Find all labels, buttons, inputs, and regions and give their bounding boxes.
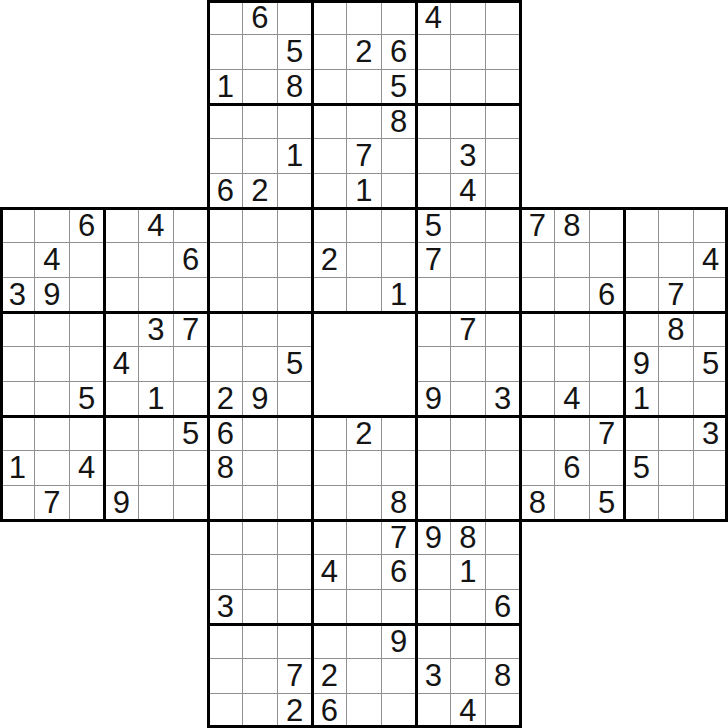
empty-cell-r1c6[interactable] bbox=[208, 35, 243, 70]
empty-cell-r12c16[interactable] bbox=[555, 416, 590, 451]
empty-cell-r1c13[interactable] bbox=[451, 35, 486, 70]
given-cell-r19c12: 3 bbox=[416, 659, 451, 694]
given-cell-r3c11: 8 bbox=[381, 104, 416, 139]
empty-cell-r9c12[interactable] bbox=[416, 312, 451, 347]
empty-cell-r0c11[interactable] bbox=[381, 0, 416, 35]
grid-line bbox=[242, 416, 243, 728]
empty-cell-r20c7[interactable] bbox=[243, 693, 278, 728]
empty-cell-r14c9[interactable] bbox=[312, 485, 347, 520]
empty-cell-r9c7[interactable] bbox=[243, 312, 278, 347]
grid-line bbox=[208, 138, 520, 139]
empty-cell-r14c5[interactable] bbox=[173, 485, 208, 520]
empty-cell-r13c17[interactable] bbox=[589, 451, 624, 486]
grid-line bbox=[485, 416, 486, 728]
empty-cell-r10c1[interactable] bbox=[35, 347, 70, 382]
empty-cell-r14c20[interactable] bbox=[693, 485, 728, 520]
empty-cell-r12c1[interactable] bbox=[35, 416, 70, 451]
empty-cell-r14c6[interactable] bbox=[208, 485, 243, 520]
empty-cell-r4c12[interactable] bbox=[416, 139, 451, 174]
puzzle-canvas: 6452618581736214645784627439167377845955… bbox=[0, 0, 728, 728]
empty-cell-r11c1[interactable] bbox=[35, 381, 70, 416]
empty-cell-r7c13[interactable] bbox=[451, 243, 486, 278]
empty-cell-r10c17[interactable] bbox=[589, 347, 624, 382]
empty-cell-r6c19[interactable] bbox=[659, 208, 694, 243]
grid-line bbox=[416, 277, 728, 278]
empty-cell-r8c15[interactable] bbox=[520, 277, 555, 312]
grid-line bbox=[0, 346, 312, 347]
empty-cell-r8c20[interactable] bbox=[693, 277, 728, 312]
empty-cell-r7c0[interactable] bbox=[0, 243, 35, 278]
empty-cell-r11c3[interactable] bbox=[104, 381, 139, 416]
empty-cell-r2c14[interactable] bbox=[485, 69, 520, 104]
empty-cell-r13c9[interactable] bbox=[312, 451, 347, 486]
grid-line bbox=[277, 416, 278, 728]
given-cell-r6c16: 8 bbox=[555, 208, 590, 243]
empty-cell-r11c20[interactable] bbox=[693, 381, 728, 416]
empty-cell-r4c11[interactable] bbox=[381, 139, 416, 174]
given-cell-r5c10: 1 bbox=[347, 173, 382, 208]
given-cell-r19c14: 8 bbox=[485, 659, 520, 694]
empty-cell-r14c13[interactable] bbox=[451, 485, 486, 520]
given-cell-r19c8: 7 bbox=[277, 659, 312, 694]
empty-cell-r9c6[interactable] bbox=[208, 312, 243, 347]
empty-cell-r14c18[interactable] bbox=[624, 485, 659, 520]
empty-cell-r12c14[interactable] bbox=[485, 416, 520, 451]
empty-cell-r9c16[interactable] bbox=[555, 312, 590, 347]
empty-cell-r15c7[interactable] bbox=[243, 520, 278, 555]
given-cell-r14c3: 9 bbox=[104, 485, 139, 520]
empty-cell-r6c3[interactable] bbox=[104, 208, 139, 243]
empty-cell-r2c7[interactable] bbox=[243, 69, 278, 104]
empty-cell-r5c9[interactable] bbox=[312, 173, 347, 208]
empty-cell-r5c11[interactable] bbox=[381, 173, 416, 208]
empty-cell-r10c19[interactable] bbox=[659, 347, 694, 382]
grid-line bbox=[416, 346, 728, 347]
grid-line bbox=[69, 208, 70, 520]
given-cell-r15c13: 8 bbox=[451, 520, 486, 555]
given-cell-r7c1: 4 bbox=[35, 243, 70, 278]
empty-cell-r9c14[interactable] bbox=[485, 312, 520, 347]
empty-cell-r13c7[interactable] bbox=[243, 451, 278, 486]
empty-cell-r18c13[interactable] bbox=[451, 624, 486, 659]
empty-cell-r6c20[interactable] bbox=[693, 208, 728, 243]
grid-line bbox=[208, 623, 520, 626]
empty-cell-r7c18[interactable] bbox=[624, 243, 659, 278]
empty-cell-r9c0[interactable] bbox=[0, 312, 35, 347]
empty-cell-r10c12[interactable] bbox=[416, 347, 451, 382]
empty-cell-r12c11[interactable] bbox=[381, 416, 416, 451]
empty-cell-r19c11[interactable] bbox=[381, 659, 416, 694]
empty-cell-r17c12[interactable] bbox=[416, 589, 451, 624]
empty-cell-r14c7[interactable] bbox=[243, 485, 278, 520]
empty-cell-r18c8[interactable] bbox=[277, 624, 312, 659]
empty-cell-r19c10[interactable] bbox=[347, 659, 382, 694]
empty-cell-r17c8[interactable] bbox=[277, 589, 312, 624]
empty-cell-r7c14[interactable] bbox=[485, 243, 520, 278]
empty-cell-r10c15[interactable] bbox=[520, 347, 555, 382]
empty-cell-r6c9[interactable] bbox=[312, 208, 347, 243]
empty-cell-r3c12[interactable] bbox=[416, 104, 451, 139]
empty-cell-r20c11[interactable] bbox=[381, 693, 416, 728]
empty-cell-r12c18[interactable] bbox=[624, 416, 659, 451]
empty-cell-r6c8[interactable] bbox=[277, 208, 312, 243]
empty-cell-r11c15[interactable] bbox=[520, 381, 555, 416]
empty-cell-r12c4[interactable] bbox=[139, 416, 174, 451]
empty-cell-r13c13[interactable] bbox=[451, 451, 486, 486]
empty-cell-r20c12[interactable] bbox=[416, 693, 451, 728]
given-cell-r5c7: 2 bbox=[243, 173, 278, 208]
given-cell-r8c11: 1 bbox=[381, 277, 416, 312]
grid-line bbox=[519, 416, 522, 728]
grid-line bbox=[346, 416, 347, 728]
empty-cell-r6c6[interactable] bbox=[208, 208, 243, 243]
empty-cell-r9c8[interactable] bbox=[277, 312, 312, 347]
empty-cell-r9c3[interactable] bbox=[104, 312, 139, 347]
empty-cell-r13c5[interactable] bbox=[173, 451, 208, 486]
empty-cell-r14c2[interactable] bbox=[69, 485, 104, 520]
empty-cell-r17c11[interactable] bbox=[381, 589, 416, 624]
empty-cell-r0c6[interactable] bbox=[208, 0, 243, 35]
given-cell-r17c6: 3 bbox=[208, 589, 243, 624]
empty-cell-r12c3[interactable] bbox=[104, 416, 139, 451]
grid-line bbox=[311, 416, 314, 728]
empty-cell-r3c6[interactable] bbox=[208, 104, 243, 139]
empty-cell-r7c11[interactable] bbox=[381, 243, 416, 278]
empty-cell-r1c9[interactable] bbox=[312, 35, 347, 70]
empty-cell-r10c0[interactable] bbox=[0, 347, 35, 382]
empty-cell-r6c14[interactable] bbox=[485, 208, 520, 243]
empty-cell-r18c12[interactable] bbox=[416, 624, 451, 659]
given-cell-r2c6: 1 bbox=[208, 69, 243, 104]
empty-cell-r10c6[interactable] bbox=[208, 347, 243, 382]
empty-cell-r4c14[interactable] bbox=[485, 139, 520, 174]
empty-cell-r6c7[interactable] bbox=[243, 208, 278, 243]
grid-line bbox=[0, 242, 312, 243]
empty-cell-r14c0[interactable] bbox=[0, 485, 35, 520]
given-cell-r19c9: 2 bbox=[312, 659, 347, 694]
empty-cell-r9c1[interactable] bbox=[35, 312, 70, 347]
grid-line bbox=[416, 311, 728, 314]
given-cell-r17c14: 6 bbox=[485, 589, 520, 624]
empty-cell-r13c10[interactable] bbox=[347, 451, 382, 486]
given-cell-r6c15: 7 bbox=[520, 208, 555, 243]
empty-cell-r11c19[interactable] bbox=[659, 381, 694, 416]
given-cell-r11c6: 2 bbox=[208, 381, 243, 416]
empty-cell-r4c9[interactable] bbox=[312, 139, 347, 174]
empty-cell-r17c7[interactable] bbox=[243, 589, 278, 624]
empty-cell-r15c8[interactable] bbox=[277, 520, 312, 555]
empty-cell-r10c7[interactable] bbox=[243, 347, 278, 382]
empty-cell-r6c5[interactable] bbox=[173, 208, 208, 243]
empty-cell-r10c4[interactable] bbox=[139, 347, 174, 382]
empty-cell-r8c7[interactable] bbox=[243, 277, 278, 312]
empty-cell-r6c10[interactable] bbox=[347, 208, 382, 243]
given-cell-r5c6: 6 bbox=[208, 173, 243, 208]
given-cell-r12c10: 2 bbox=[347, 416, 382, 451]
empty-cell-r6c11[interactable] bbox=[381, 208, 416, 243]
grid-line bbox=[415, 416, 418, 728]
empty-cell-r1c7[interactable] bbox=[243, 35, 278, 70]
empty-cell-r10c5[interactable] bbox=[173, 347, 208, 382]
empty-cell-r13c14[interactable] bbox=[485, 451, 520, 486]
given-cell-r1c8: 5 bbox=[277, 35, 312, 70]
empty-cell-r12c9[interactable] bbox=[312, 416, 347, 451]
empty-cell-r4c7[interactable] bbox=[243, 139, 278, 174]
grid-line bbox=[623, 208, 626, 520]
grid-line bbox=[416, 207, 728, 210]
empty-cell-r17c9[interactable] bbox=[312, 589, 347, 624]
empty-cell-r3c9[interactable] bbox=[312, 104, 347, 139]
given-cell-r13c16: 6 bbox=[555, 451, 590, 486]
given-cell-r20c8: 2 bbox=[277, 693, 312, 728]
empty-cell-r7c4[interactable] bbox=[139, 243, 174, 278]
empty-cell-r7c17[interactable] bbox=[589, 243, 624, 278]
empty-cell-r10c2[interactable] bbox=[69, 347, 104, 382]
grid-line bbox=[208, 69, 520, 70]
empty-cell-r3c14[interactable] bbox=[485, 104, 520, 139]
empty-cell-r7c19[interactable] bbox=[659, 243, 694, 278]
empty-cell-r18c14[interactable] bbox=[485, 624, 520, 659]
empty-cell-r13c12[interactable] bbox=[416, 451, 451, 486]
empty-cell-r9c2[interactable] bbox=[69, 312, 104, 347]
empty-cell-r7c3[interactable] bbox=[104, 243, 139, 278]
grid-line bbox=[208, 173, 520, 174]
given-cell-r20c9: 6 bbox=[312, 693, 347, 728]
given-cell-r15c11: 7 bbox=[381, 520, 416, 555]
given-cell-r20c13: 4 bbox=[451, 693, 486, 728]
empty-cell-r16c8[interactable] bbox=[277, 555, 312, 590]
given-cell-r16c11: 6 bbox=[381, 555, 416, 590]
grid-line bbox=[173, 208, 174, 520]
empty-cell-r3c13[interactable] bbox=[451, 104, 486, 139]
empty-cell-r8c6[interactable] bbox=[208, 277, 243, 312]
empty-cell-r8c16[interactable] bbox=[555, 277, 590, 312]
empty-cell-r1c12[interactable] bbox=[416, 35, 451, 70]
empty-cell-r3c10[interactable] bbox=[347, 104, 382, 139]
empty-cell-r7c7[interactable] bbox=[243, 243, 278, 278]
empty-cell-r12c13[interactable] bbox=[451, 416, 486, 451]
empty-cell-r0c14[interactable] bbox=[485, 0, 520, 35]
empty-cell-r14c16[interactable] bbox=[555, 485, 590, 520]
empty-cell-r11c5[interactable] bbox=[173, 381, 208, 416]
empty-cell-r10c13[interactable] bbox=[451, 347, 486, 382]
empty-cell-r15c9[interactable] bbox=[312, 520, 347, 555]
empty-cell-r7c16[interactable] bbox=[555, 243, 590, 278]
empty-cell-r5c8[interactable] bbox=[277, 173, 312, 208]
grid-line bbox=[208, 34, 520, 35]
given-cell-r12c5: 5 bbox=[173, 416, 208, 451]
empty-cell-r6c13[interactable] bbox=[451, 208, 486, 243]
empty-cell-r14c19[interactable] bbox=[659, 485, 694, 520]
empty-cell-r8c9[interactable] bbox=[312, 277, 347, 312]
empty-cell-r7c2[interactable] bbox=[69, 243, 104, 278]
empty-cell-r5c12[interactable] bbox=[416, 173, 451, 208]
grid-line bbox=[208, 103, 520, 106]
empty-cell-r11c8[interactable] bbox=[277, 381, 312, 416]
empty-cell-r20c6[interactable] bbox=[208, 693, 243, 728]
empty-cell-r12c2[interactable] bbox=[69, 416, 104, 451]
empty-cell-r6c17[interactable] bbox=[589, 208, 624, 243]
empty-cell-r19c7[interactable] bbox=[243, 659, 278, 694]
empty-cell-r16c6[interactable] bbox=[208, 555, 243, 590]
given-cell-r8c1: 9 bbox=[35, 277, 70, 312]
given-cell-r10c3: 4 bbox=[104, 347, 139, 382]
empty-cell-r17c13[interactable] bbox=[451, 589, 486, 624]
given-cell-r6c2: 6 bbox=[69, 208, 104, 243]
empty-cell-r18c6[interactable] bbox=[208, 624, 243, 659]
empty-cell-r2c12[interactable] bbox=[416, 69, 451, 104]
empty-cell-r13c11[interactable] bbox=[381, 451, 416, 486]
given-cell-r9c5: 7 bbox=[173, 312, 208, 347]
empty-cell-r6c0[interactable] bbox=[0, 208, 35, 243]
given-cell-r13c2: 4 bbox=[69, 451, 104, 486]
empty-cell-r5c14[interactable] bbox=[485, 173, 520, 208]
given-cell-r11c16: 4 bbox=[555, 381, 590, 416]
given-cell-r4c10: 7 bbox=[347, 139, 382, 174]
empty-cell-r17c10[interactable] bbox=[347, 589, 382, 624]
empty-cell-r2c9[interactable] bbox=[312, 69, 347, 104]
given-cell-r11c4: 1 bbox=[139, 381, 174, 416]
empty-cell-r14c14[interactable] bbox=[485, 485, 520, 520]
grid-line bbox=[0, 311, 312, 314]
empty-cell-r7c6[interactable] bbox=[208, 243, 243, 278]
grid-line bbox=[0, 207, 312, 210]
given-cell-r9c13: 7 bbox=[451, 312, 486, 347]
grid-line bbox=[381, 0, 382, 312]
empty-cell-r10c14[interactable] bbox=[485, 347, 520, 382]
empty-cell-r11c0[interactable] bbox=[0, 381, 35, 416]
grid-line bbox=[208, 450, 520, 451]
given-cell-r1c10: 2 bbox=[347, 35, 382, 70]
grid-line bbox=[416, 381, 728, 382]
given-cell-r4c13: 3 bbox=[451, 139, 486, 174]
empty-cell-r4c6[interactable] bbox=[208, 139, 243, 174]
given-cell-r10c8: 5 bbox=[277, 347, 312, 382]
empty-cell-r12c7[interactable] bbox=[243, 416, 278, 451]
empty-cell-r2c13[interactable] bbox=[451, 69, 486, 104]
empty-cell-r20c10[interactable] bbox=[347, 693, 382, 728]
given-cell-r13c0: 1 bbox=[0, 451, 35, 486]
empty-cell-r12c12[interactable] bbox=[416, 416, 451, 451]
empty-cell-r14c12[interactable] bbox=[416, 485, 451, 520]
empty-cell-r8c12[interactable] bbox=[416, 277, 451, 312]
empty-cell-r8c10[interactable] bbox=[347, 277, 382, 312]
empty-cell-r6c1[interactable] bbox=[35, 208, 70, 243]
empty-cell-r19c6[interactable] bbox=[208, 659, 243, 694]
given-cell-r10c18: 9 bbox=[624, 347, 659, 382]
empty-cell-r10c16[interactable] bbox=[555, 347, 590, 382]
given-cell-r10c20: 5 bbox=[693, 347, 728, 382]
empty-cell-r13c20[interactable] bbox=[693, 451, 728, 486]
given-cell-r12c17: 7 bbox=[589, 416, 624, 451]
empty-cell-r18c7[interactable] bbox=[243, 624, 278, 659]
empty-cell-r19c13[interactable] bbox=[451, 659, 486, 694]
empty-cell-r0c13[interactable] bbox=[451, 0, 486, 35]
empty-cell-r12c15[interactable] bbox=[520, 416, 555, 451]
empty-cell-r16c12[interactable] bbox=[416, 555, 451, 590]
given-cell-r2c11: 5 bbox=[381, 69, 416, 104]
empty-cell-r15c10[interactable] bbox=[347, 520, 382, 555]
grid-line bbox=[208, 485, 520, 486]
grid-line bbox=[208, 519, 520, 522]
empty-cell-r13c1[interactable] bbox=[35, 451, 70, 486]
empty-cell-r2c10[interactable] bbox=[347, 69, 382, 104]
empty-cell-r7c8[interactable] bbox=[277, 243, 312, 278]
empty-cell-r20c14[interactable] bbox=[485, 693, 520, 728]
empty-cell-r9c20[interactable] bbox=[693, 312, 728, 347]
empty-cell-r13c15[interactable] bbox=[520, 451, 555, 486]
given-cell-r0c7: 6 bbox=[243, 0, 278, 35]
empty-cell-r14c10[interactable] bbox=[347, 485, 382, 520]
empty-cell-r8c18[interactable] bbox=[624, 277, 659, 312]
given-cell-r16c13: 1 bbox=[451, 555, 486, 590]
empty-cell-r8c13[interactable] bbox=[451, 277, 486, 312]
empty-cell-r16c7[interactable] bbox=[243, 555, 278, 590]
empty-cell-r13c8[interactable] bbox=[277, 451, 312, 486]
grid-line bbox=[693, 208, 694, 520]
empty-cell-r9c15[interactable] bbox=[520, 312, 555, 347]
empty-cell-r18c10[interactable] bbox=[347, 624, 382, 659]
empty-cell-r3c8[interactable] bbox=[277, 104, 312, 139]
given-cell-r8c0: 3 bbox=[0, 277, 35, 312]
empty-cell-r16c14[interactable] bbox=[485, 555, 520, 590]
empty-cell-r14c8[interactable] bbox=[277, 485, 312, 520]
empty-cell-r1c14[interactable] bbox=[485, 35, 520, 70]
given-cell-r0c12: 4 bbox=[416, 0, 451, 35]
empty-cell-r8c3[interactable] bbox=[104, 277, 139, 312]
empty-cell-r0c10[interactable] bbox=[347, 0, 382, 35]
given-cell-r14c11: 8 bbox=[381, 485, 416, 520]
empty-cell-r13c19[interactable] bbox=[659, 451, 694, 486]
given-cell-r9c19: 8 bbox=[659, 312, 694, 347]
empty-cell-r15c14[interactable] bbox=[485, 520, 520, 555]
empty-cell-r8c4[interactable] bbox=[139, 277, 174, 312]
empty-cell-r9c17[interactable] bbox=[589, 312, 624, 347]
grid-line bbox=[103, 208, 106, 520]
empty-cell-r8c2[interactable] bbox=[69, 277, 104, 312]
empty-cell-r18c9[interactable] bbox=[312, 624, 347, 659]
empty-cell-r12c19[interactable] bbox=[659, 416, 694, 451]
empty-cell-r8c5[interactable] bbox=[173, 277, 208, 312]
given-cell-r8c19: 7 bbox=[659, 277, 694, 312]
empty-cell-r7c15[interactable] bbox=[520, 243, 555, 278]
samurai-sudoku-board: 6452618581736214645784627439167377845955… bbox=[0, 0, 728, 728]
empty-cell-r16c10[interactable] bbox=[347, 555, 382, 590]
given-cell-r14c1: 7 bbox=[35, 485, 70, 520]
empty-cell-r15c6[interactable] bbox=[208, 520, 243, 555]
empty-cell-r0c8[interactable] bbox=[277, 0, 312, 35]
empty-cell-r12c8[interactable] bbox=[277, 416, 312, 451]
empty-cell-r8c14[interactable] bbox=[485, 277, 520, 312]
empty-cell-r9c18[interactable] bbox=[624, 312, 659, 347]
grid-line bbox=[0, 277, 312, 278]
empty-cell-r3c7[interactable] bbox=[243, 104, 278, 139]
given-cell-r14c15: 8 bbox=[520, 485, 555, 520]
empty-cell-r11c17[interactable] bbox=[589, 381, 624, 416]
empty-cell-r8c8[interactable] bbox=[277, 277, 312, 312]
empty-cell-r7c10[interactable] bbox=[347, 243, 382, 278]
empty-cell-r14c4[interactable] bbox=[139, 485, 174, 520]
grid-line bbox=[208, 693, 520, 694]
empty-cell-r11c13[interactable] bbox=[451, 381, 486, 416]
empty-cell-r12c0[interactable] bbox=[0, 416, 35, 451]
empty-cell-r6c18[interactable] bbox=[624, 208, 659, 243]
grid-line bbox=[554, 208, 555, 520]
given-cell-r11c7: 9 bbox=[243, 381, 278, 416]
empty-cell-r0c9[interactable] bbox=[312, 0, 347, 35]
empty-cell-r13c4[interactable] bbox=[139, 451, 174, 486]
empty-cell-r13c3[interactable] bbox=[104, 451, 139, 486]
